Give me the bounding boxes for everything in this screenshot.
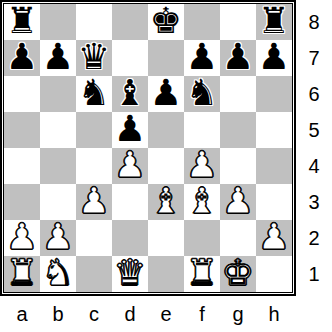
piece-white-pawn: ♟ [6, 220, 38, 255]
square-e1[interactable] [148, 256, 184, 292]
square-d5[interactable]: ♟ [112, 112, 148, 148]
piece-black-pawn: ♟ [222, 40, 254, 75]
square-g2[interactable] [220, 220, 256, 256]
square-b1[interactable]: ♞ [40, 256, 76, 292]
square-e5[interactable] [148, 112, 184, 148]
piece-black-knight: ♞ [78, 76, 110, 111]
rank-label-8: 8 [296, 4, 332, 40]
square-f2[interactable] [184, 220, 220, 256]
file-label-a: a [4, 296, 40, 332]
piece-white-bishop: ♝ [150, 184, 182, 219]
square-f8[interactable] [184, 4, 220, 40]
square-h8[interactable]: ♜ [256, 4, 292, 40]
square-f1[interactable]: ♜ [184, 256, 220, 292]
piece-black-pawn: ♟ [150, 76, 182, 111]
piece-black-pawn: ♟ [6, 40, 38, 75]
square-a1[interactable]: ♜ [4, 256, 40, 292]
square-b6[interactable] [40, 76, 76, 112]
square-c1[interactable] [76, 256, 112, 292]
rank-labels: 87654321 [296, 4, 332, 292]
square-b3[interactable] [40, 184, 76, 220]
square-h1[interactable] [256, 256, 292, 292]
square-a6[interactable] [4, 76, 40, 112]
square-d3[interactable] [112, 184, 148, 220]
piece-white-rook: ♜ [6, 256, 38, 291]
square-d2[interactable] [112, 220, 148, 256]
piece-white-pawn: ♟ [186, 148, 218, 183]
piece-white-pawn: ♟ [114, 148, 146, 183]
square-c8[interactable] [76, 4, 112, 40]
chess-board: ♜♚♜♟♟♛♟♟♟♞♝♟♞♟♟♟♟♝♝♟♟♟♟♜♞♛♜♚ [4, 4, 292, 292]
square-g1[interactable]: ♚ [220, 256, 256, 292]
piece-white-queen: ♛ [114, 256, 146, 291]
square-h5[interactable] [256, 112, 292, 148]
file-label-d: d [112, 296, 148, 332]
file-label-g: g [220, 296, 256, 332]
file-label-b: b [40, 296, 76, 332]
rank-label-6: 6 [296, 76, 332, 112]
square-d1[interactable]: ♛ [112, 256, 148, 292]
square-g6[interactable] [220, 76, 256, 112]
piece-black-rook: ♜ [258, 4, 290, 39]
square-e4[interactable] [148, 148, 184, 184]
piece-black-queen: ♛ [78, 40, 110, 75]
square-g4[interactable] [220, 148, 256, 184]
square-b8[interactable] [40, 4, 76, 40]
rank-label-3: 3 [296, 184, 332, 220]
square-c3[interactable]: ♟ [76, 184, 112, 220]
square-e6[interactable]: ♟ [148, 76, 184, 112]
square-f4[interactable]: ♟ [184, 148, 220, 184]
rank-label-5: 5 [296, 112, 332, 148]
piece-white-knight: ♞ [42, 256, 74, 291]
square-c2[interactable] [76, 220, 112, 256]
square-f6[interactable]: ♞ [184, 76, 220, 112]
square-e7[interactable] [148, 40, 184, 76]
square-h7[interactable]: ♟ [256, 40, 292, 76]
rank-label-2: 2 [296, 220, 332, 256]
board-frame: ♜♚♜♟♟♛♟♟♟♞♝♟♞♟♟♟♟♝♝♟♟♟♟♜♞♛♜♚ [0, 0, 296, 296]
square-d7[interactable] [112, 40, 148, 76]
rank-label-4: 4 [296, 148, 332, 184]
square-e2[interactable] [148, 220, 184, 256]
chess-diagram: ♜♚♜♟♟♛♟♟♟♞♝♟♞♟♟♟♟♝♝♟♟♟♟♜♞♛♜♚ 87654321 ab… [0, 0, 332, 332]
square-b5[interactable] [40, 112, 76, 148]
square-h4[interactable] [256, 148, 292, 184]
piece-black-king: ♚ [150, 4, 182, 39]
square-f7[interactable]: ♟ [184, 40, 220, 76]
piece-black-bishop: ♝ [114, 76, 146, 111]
square-c7[interactable]: ♛ [76, 40, 112, 76]
piece-white-pawn: ♟ [42, 220, 74, 255]
piece-white-pawn: ♟ [258, 220, 290, 255]
file-labels: abcdefgh [4, 296, 292, 332]
square-b2[interactable]: ♟ [40, 220, 76, 256]
square-h2[interactable]: ♟ [256, 220, 292, 256]
square-g3[interactable]: ♟ [220, 184, 256, 220]
square-a3[interactable] [4, 184, 40, 220]
piece-white-pawn: ♟ [222, 184, 254, 219]
file-label-f: f [184, 296, 220, 332]
square-g7[interactable]: ♟ [220, 40, 256, 76]
square-a2[interactable]: ♟ [4, 220, 40, 256]
file-label-h: h [256, 296, 292, 332]
square-a5[interactable] [4, 112, 40, 148]
square-h3[interactable] [256, 184, 292, 220]
square-c6[interactable]: ♞ [76, 76, 112, 112]
square-c5[interactable] [76, 112, 112, 148]
square-g5[interactable] [220, 112, 256, 148]
piece-white-bishop: ♝ [186, 184, 218, 219]
piece-white-king: ♚ [222, 256, 254, 291]
rank-label-1: 1 [296, 256, 332, 292]
piece-black-pawn: ♟ [114, 112, 146, 147]
square-d8[interactable] [112, 4, 148, 40]
board-inner-frame: ♜♚♜♟♟♛♟♟♟♞♝♟♞♟♟♟♟♝♝♟♟♟♟♜♞♛♜♚ [3, 3, 293, 293]
square-f3[interactable]: ♝ [184, 184, 220, 220]
rank-label-7: 7 [296, 40, 332, 76]
square-h6[interactable] [256, 76, 292, 112]
square-b4[interactable] [40, 148, 76, 184]
piece-black-rook: ♜ [6, 4, 38, 39]
square-e8[interactable]: ♚ [148, 4, 184, 40]
square-d4[interactable]: ♟ [112, 148, 148, 184]
piece-black-pawn: ♟ [186, 40, 218, 75]
square-d6[interactable]: ♝ [112, 76, 148, 112]
piece-black-pawn: ♟ [258, 40, 290, 75]
piece-white-pawn: ♟ [78, 184, 110, 219]
square-a7[interactable]: ♟ [4, 40, 40, 76]
square-b7[interactable]: ♟ [40, 40, 76, 76]
square-e3[interactable]: ♝ [148, 184, 184, 220]
square-g8[interactable] [220, 4, 256, 40]
piece-black-knight: ♞ [186, 76, 218, 111]
piece-black-pawn: ♟ [42, 40, 74, 75]
file-label-e: e [148, 296, 184, 332]
square-f5[interactable] [184, 112, 220, 148]
square-a8[interactable]: ♜ [4, 4, 40, 40]
piece-white-rook: ♜ [186, 256, 218, 291]
file-label-c: c [76, 296, 112, 332]
square-a4[interactable] [4, 148, 40, 184]
square-c4[interactable] [76, 148, 112, 184]
